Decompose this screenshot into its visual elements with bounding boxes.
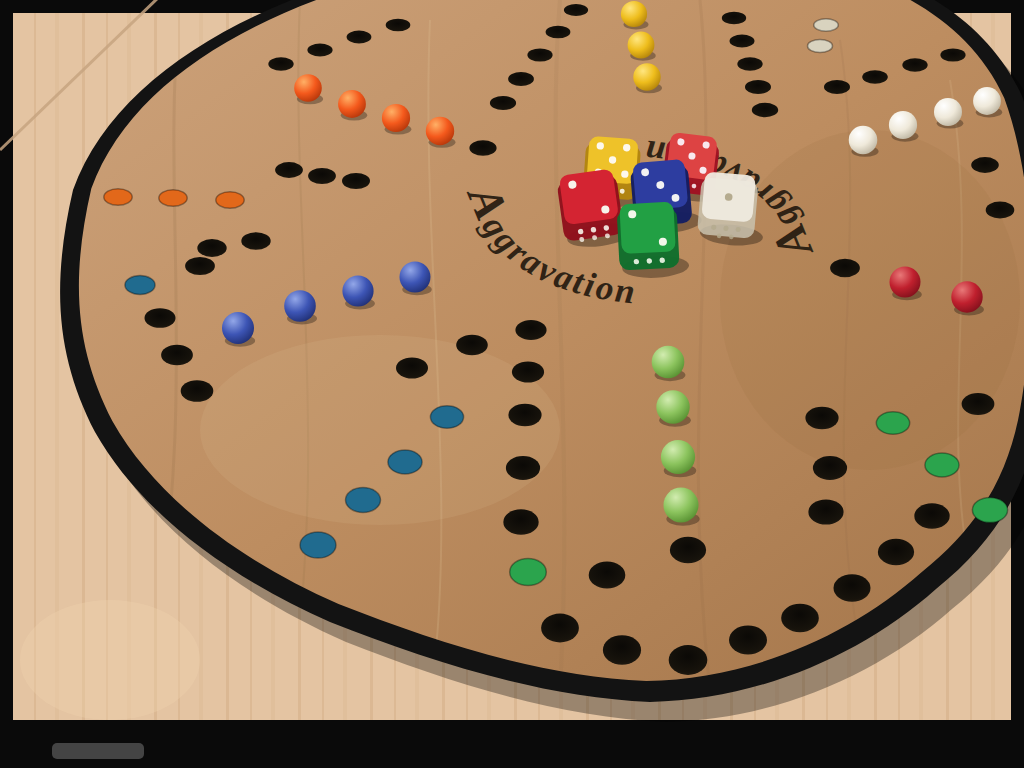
marble-white[interactable] bbox=[934, 98, 962, 126]
marble-white[interactable] bbox=[889, 111, 917, 139]
track-hole[interactable] bbox=[161, 345, 193, 366]
marble-white[interactable] bbox=[973, 87, 1001, 115]
die-top-face bbox=[559, 169, 619, 226]
green-painted-hole[interactable] bbox=[972, 497, 1007, 522]
blue-painted-hole[interactable] bbox=[430, 406, 463, 428]
marble-white[interactable] bbox=[849, 126, 878, 155]
track-hole[interactable] bbox=[527, 48, 552, 61]
marble-yellow[interactable] bbox=[621, 1, 647, 27]
track-hole[interactable] bbox=[503, 509, 538, 535]
track-hole[interactable] bbox=[342, 173, 370, 189]
blue-painted-hole[interactable] bbox=[346, 488, 381, 513]
track-hole[interactable] bbox=[506, 456, 540, 480]
track-hole[interactable] bbox=[541, 614, 579, 643]
orange-painted-hole[interactable] bbox=[104, 189, 132, 206]
marble-green[interactable] bbox=[664, 488, 699, 523]
track-hole[interactable] bbox=[752, 103, 778, 117]
track-hole[interactable] bbox=[546, 26, 571, 39]
track-hole[interactable] bbox=[347, 31, 372, 44]
track-hole[interactable] bbox=[971, 157, 999, 173]
track-hole[interactable] bbox=[729, 625, 767, 654]
orange-painted-hole[interactable] bbox=[159, 190, 187, 207]
track-hole[interactable] bbox=[181, 380, 214, 402]
track-hole[interactable] bbox=[241, 232, 270, 250]
die-top-face bbox=[619, 202, 676, 254]
green-painted-hole[interactable] bbox=[510, 559, 547, 586]
track-hole[interactable] bbox=[275, 162, 303, 178]
track-hole[interactable] bbox=[722, 12, 746, 24]
marble-yellow[interactable] bbox=[633, 63, 660, 90]
orange-painted-hole[interactable] bbox=[216, 192, 244, 209]
marble-orange[interactable] bbox=[382, 104, 410, 132]
track-hole[interactable] bbox=[834, 574, 871, 602]
track-hole[interactable] bbox=[805, 407, 838, 429]
track-hole[interactable] bbox=[508, 404, 541, 426]
track-hole[interactable] bbox=[564, 4, 588, 16]
track-hole[interactable] bbox=[185, 257, 215, 275]
blue-painted-hole[interactable] bbox=[388, 450, 422, 474]
track-hole[interactable] bbox=[469, 140, 496, 155]
blue-painted-hole[interactable] bbox=[300, 532, 336, 558]
track-hole[interactable] bbox=[456, 335, 488, 355]
track-hole[interactable] bbox=[730, 35, 755, 48]
track-hole[interactable] bbox=[490, 96, 516, 110]
track-hole[interactable] bbox=[307, 44, 332, 57]
track-hole[interactable] bbox=[737, 57, 762, 70]
frame-smudge bbox=[52, 743, 144, 759]
track-hole[interactable] bbox=[197, 239, 226, 257]
track-hole[interactable] bbox=[830, 259, 860, 277]
track-hole[interactable] bbox=[670, 537, 706, 563]
track-hole[interactable] bbox=[396, 358, 428, 379]
marble-blue[interactable] bbox=[284, 290, 316, 322]
track-hole[interactable] bbox=[589, 561, 626, 588]
track-hole[interactable] bbox=[940, 48, 965, 61]
white-painted-hole[interactable] bbox=[814, 19, 839, 32]
white-painted-hole[interactable] bbox=[808, 40, 833, 53]
track-hole[interactable] bbox=[813, 456, 847, 480]
marble-green[interactable] bbox=[656, 390, 689, 423]
marble-yellow[interactable] bbox=[628, 32, 655, 59]
marble-orange[interactable] bbox=[338, 90, 366, 118]
track-hole[interactable] bbox=[745, 80, 771, 94]
marble-blue[interactable] bbox=[342, 275, 373, 306]
marble-green[interactable] bbox=[652, 346, 685, 379]
marble-orange[interactable] bbox=[426, 117, 454, 145]
track-hole[interactable] bbox=[914, 503, 949, 528]
marble-blue[interactable] bbox=[222, 312, 254, 344]
track-hole[interactable] bbox=[603, 635, 641, 665]
green-painted-hole[interactable] bbox=[925, 453, 959, 477]
track-hole[interactable] bbox=[781, 604, 819, 633]
track-hole[interactable] bbox=[824, 80, 850, 94]
blue-painted-hole[interactable] bbox=[125, 276, 155, 295]
marble-red[interactable] bbox=[951, 281, 982, 312]
track-hole[interactable] bbox=[145, 308, 176, 328]
track-hole[interactable] bbox=[512, 361, 544, 382]
track-hole[interactable] bbox=[902, 58, 927, 71]
track-hole[interactable] bbox=[669, 645, 708, 675]
marble-red[interactable] bbox=[890, 267, 921, 298]
track-hole[interactable] bbox=[808, 499, 843, 524]
track-hole[interactable] bbox=[308, 168, 336, 184]
track-hole[interactable] bbox=[515, 320, 546, 340]
track-hole[interactable] bbox=[862, 70, 888, 84]
track-hole[interactable] bbox=[386, 19, 411, 32]
photo-canvas: AggravationAggravation bbox=[0, 0, 1024, 768]
track-hole[interactable] bbox=[878, 539, 914, 565]
track-hole[interactable] bbox=[962, 393, 995, 415]
marble-green[interactable] bbox=[661, 440, 695, 474]
green-painted-hole[interactable] bbox=[876, 412, 909, 435]
table-light-patch bbox=[20, 600, 200, 720]
marble-orange[interactable] bbox=[294, 74, 322, 102]
track-hole[interactable] bbox=[986, 202, 1015, 219]
track-hole[interactable] bbox=[268, 57, 293, 70]
aggravation-board-photo: AggravationAggravation bbox=[0, 0, 1024, 768]
track-hole[interactable] bbox=[508, 72, 534, 86]
marble-blue[interactable] bbox=[400, 262, 431, 293]
